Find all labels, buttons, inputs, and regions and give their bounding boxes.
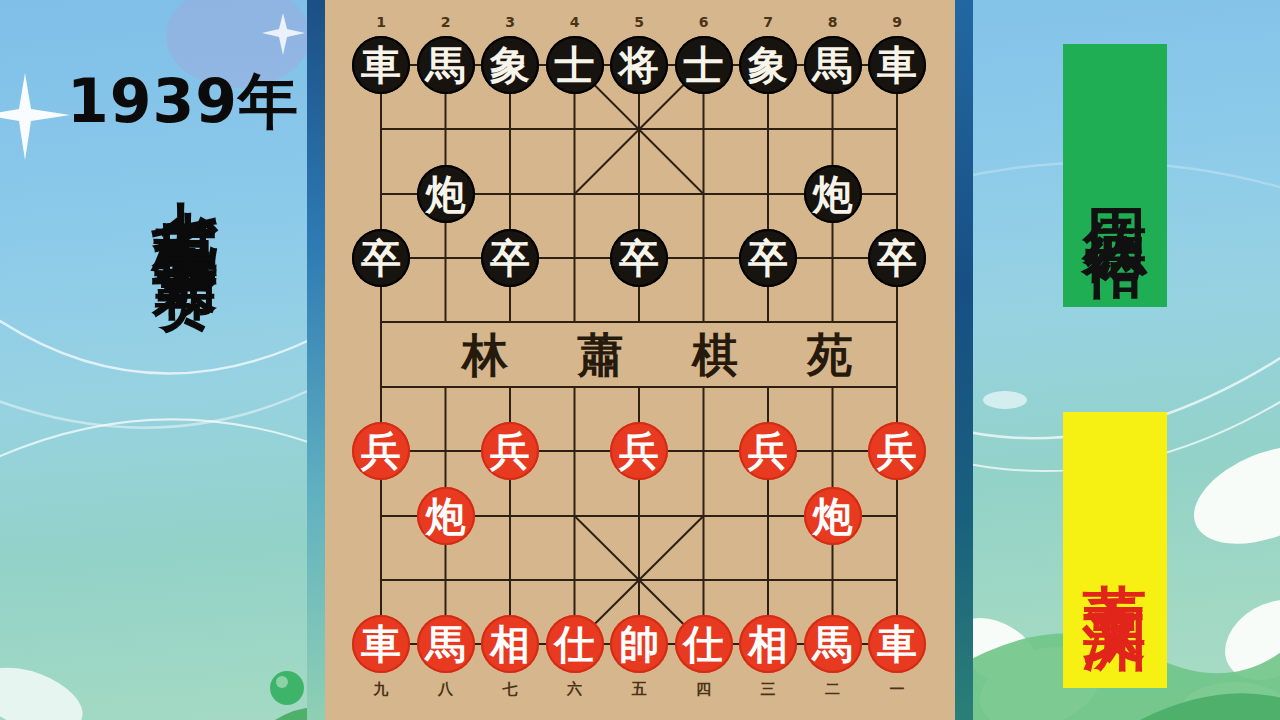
file-label-top-1: 1 xyxy=(366,15,396,29)
event-title-vertical: 七省棋王争霸赛 xyxy=(152,148,218,708)
player-black-name: 周德裕 xyxy=(1083,158,1147,194)
file-label-bottom-3: 七 xyxy=(495,682,525,697)
file-label-top-2: 2 xyxy=(431,15,461,29)
piece-black-soldier: 卒 xyxy=(868,229,926,287)
year-title: 1939年 xyxy=(58,62,308,143)
piece-red-soldier: 兵 xyxy=(868,422,926,480)
file-label-bottom-2: 八 xyxy=(431,682,461,697)
streak-glow xyxy=(983,391,1027,409)
piece-red-horse: 馬 xyxy=(417,615,475,673)
xiangqi-board: 123456789 林蕭棋苑 車馬象士将士象馬車炮炮卒卒卒卒卒兵兵兵兵兵炮炮車馬… xyxy=(325,0,955,720)
river-char-1: 林 xyxy=(450,332,520,378)
river-char-4: 苑 xyxy=(795,332,865,378)
piece-red-soldier: 兵 xyxy=(610,422,668,480)
piece-red-advisor: 仕 xyxy=(546,615,604,673)
piece-red-soldier: 兵 xyxy=(739,422,797,480)
river-char-2: 蕭 xyxy=(565,332,635,378)
piece-black-horse: 馬 xyxy=(417,36,475,94)
piece-red-cannon: 炮 xyxy=(417,487,475,545)
file-label-top-3: 3 xyxy=(495,15,525,29)
file-label-top-6: 6 xyxy=(689,15,719,29)
file-label-bottom-7: 三 xyxy=(753,682,783,697)
piece-black-cannon: 炮 xyxy=(804,165,862,223)
piece-black-advisor: 士 xyxy=(546,36,604,94)
piece-black-advisor: 士 xyxy=(675,36,733,94)
file-label-bottom-5: 五 xyxy=(624,682,654,697)
file-label-bottom-1: 九 xyxy=(366,682,396,697)
piece-black-horse: 馬 xyxy=(804,36,862,94)
board-right-edge xyxy=(955,0,973,720)
file-label-top-5: 5 xyxy=(624,15,654,29)
player-red-name: 董文渊 xyxy=(1083,532,1147,568)
file-label-bottom-4: 六 xyxy=(560,682,590,697)
file-label-top-9: 9 xyxy=(882,15,912,29)
piece-black-soldier: 卒 xyxy=(481,229,539,287)
file-label-bottom-6: 四 xyxy=(689,682,719,697)
piece-red-elephant: 相 xyxy=(739,615,797,673)
piece-black-elephant: 象 xyxy=(481,36,539,94)
piece-black-general: 将 xyxy=(610,36,668,94)
file-label-bottom-8: 二 xyxy=(818,682,848,697)
river-char-3: 棋 xyxy=(680,332,750,378)
piece-red-soldier: 兵 xyxy=(481,422,539,480)
piece-red-soldier: 兵 xyxy=(352,422,410,480)
piece-black-soldier: 卒 xyxy=(610,229,668,287)
piece-red-general: 帥 xyxy=(610,615,668,673)
scene: 1939年 七省棋王争霸赛 123456789 林蕭棋苑 車馬象士将士象馬車炮炮… xyxy=(0,0,1280,720)
piece-red-chariot: 車 xyxy=(868,615,926,673)
piece-red-cannon: 炮 xyxy=(804,487,862,545)
piece-black-cannon: 炮 xyxy=(417,165,475,223)
piece-black-chariot: 車 xyxy=(868,36,926,94)
piece-red-elephant: 相 xyxy=(481,615,539,673)
piece-black-soldier: 卒 xyxy=(352,229,410,287)
player-black-banner: 周德裕 xyxy=(1063,44,1167,307)
file-label-top-8: 8 xyxy=(818,15,848,29)
file-label-bottom-9: 一 xyxy=(882,682,912,697)
piece-red-horse: 馬 xyxy=(804,615,862,673)
board-left-edge xyxy=(307,0,325,720)
file-label-top-4: 4 xyxy=(560,15,590,29)
file-label-top-7: 7 xyxy=(753,15,783,29)
piece-black-chariot: 車 xyxy=(352,36,410,94)
piece-red-chariot: 車 xyxy=(352,615,410,673)
piece-black-elephant: 象 xyxy=(739,36,797,94)
green-bubble xyxy=(270,671,304,705)
player-red-banner: 董文渊 xyxy=(1063,412,1167,688)
piece-red-advisor: 仕 xyxy=(675,615,733,673)
piece-black-soldier: 卒 xyxy=(739,229,797,287)
